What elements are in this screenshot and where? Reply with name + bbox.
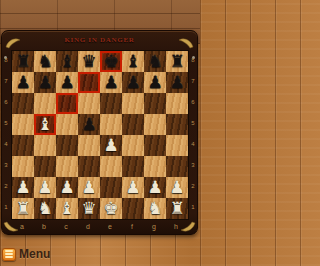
square-a7[interactable]: ♟	[12, 72, 34, 93]
rank-label: 8	[2, 50, 10, 71]
square-a2[interactable]: ♟	[12, 177, 34, 198]
white-knight-piece[interactable]: ♞	[34, 198, 56, 219]
black-pawn-piece[interactable]: ♟	[144, 72, 166, 93]
black-pawn-piece[interactable]: ♟	[56, 72, 78, 93]
square-a8[interactable]: ♜	[12, 51, 34, 72]
square-c3[interactable]	[56, 156, 78, 177]
square-d7[interactable]	[78, 72, 100, 93]
square-h2[interactable]: ♟	[166, 177, 188, 198]
white-rook-piece[interactable]: ♜	[12, 198, 34, 219]
square-e6[interactable]	[100, 93, 122, 114]
square-h8[interactable]: ♜	[166, 51, 188, 72]
black-pawn-piece[interactable]: ♟	[100, 72, 122, 93]
black-rook-piece[interactable]: ♜	[12, 51, 34, 72]
status-title: KING IN DANGER	[2, 34, 197, 46]
black-pawn-piece[interactable]: ♟	[34, 72, 56, 93]
square-e2[interactable]	[100, 177, 122, 198]
black-rook-piece[interactable]: ♜	[166, 51, 188, 72]
square-a3[interactable]	[12, 156, 34, 177]
black-pawn-piece[interactable]: ♟	[122, 72, 144, 93]
square-b4[interactable]	[34, 135, 56, 156]
rank-label: 2	[189, 176, 197, 197]
white-pawn-piece[interactable]: ♟	[122, 177, 144, 198]
hamburger-menu-icon[interactable]	[2, 248, 16, 261]
black-king-piece[interactable]: ♚	[100, 51, 122, 72]
square-b3[interactable]	[34, 156, 56, 177]
square-c4[interactable]	[56, 135, 78, 156]
menu-button[interactable]: Menu	[2, 246, 50, 262]
square-c6[interactable]	[56, 93, 78, 114]
chess-board: ♜♞♝♛♚♝♞♜♟♟♟♟♟♟♟♝♟♟♟♟♟♟♟♟♟♜♞♝♛♚♞♜	[11, 50, 189, 220]
file-label: d	[77, 220, 99, 233]
square-b5[interactable]: ♝	[34, 114, 56, 135]
white-pawn-piece[interactable]: ♟	[144, 177, 166, 198]
square-f3[interactable]	[122, 156, 144, 177]
square-c2[interactable]: ♟	[56, 177, 78, 198]
file-label: a	[11, 220, 33, 233]
square-h4[interactable]	[166, 135, 188, 156]
rank-label: 3	[189, 155, 197, 176]
square-a5[interactable]	[12, 114, 34, 135]
square-f1[interactable]	[122, 198, 144, 219]
file-label: b	[33, 220, 55, 233]
square-a6[interactable]	[12, 93, 34, 114]
chess-board-panel: KING IN DANGER 87654321 87654321 ♜♞♝♛♚♝♞…	[1, 30, 198, 235]
white-pawn-piece[interactable]: ♟	[166, 177, 188, 198]
white-queen-piece[interactable]: ♛	[78, 198, 100, 219]
square-b2[interactable]: ♟	[34, 177, 56, 198]
rank-label: 4	[2, 134, 10, 155]
square-f5[interactable]	[122, 114, 144, 135]
black-knight-piece[interactable]: ♞	[144, 51, 166, 72]
black-bishop-piece[interactable]: ♝	[56, 51, 78, 72]
file-label: g	[143, 220, 165, 233]
square-e8[interactable]: ♚	[100, 51, 122, 72]
square-g7[interactable]: ♟	[144, 72, 166, 93]
square-g8[interactable]: ♞	[144, 51, 166, 72]
square-g6[interactable]	[144, 93, 166, 114]
rank-label: 4	[189, 134, 197, 155]
square-e4[interactable]: ♟	[100, 135, 122, 156]
rank-labels-right: 87654321	[189, 50, 197, 218]
square-c7[interactable]: ♟	[56, 72, 78, 93]
square-d5[interactable]: ♟	[78, 114, 100, 135]
black-bishop-piece[interactable]: ♝	[122, 51, 144, 72]
rank-label: 5	[189, 113, 197, 134]
square-g2[interactable]: ♟	[144, 177, 166, 198]
square-c5[interactable]	[56, 114, 78, 135]
black-knight-piece[interactable]: ♞	[34, 51, 56, 72]
square-g4[interactable]	[144, 135, 166, 156]
white-king-piece[interactable]: ♚	[100, 198, 122, 219]
square-h3[interactable]	[166, 156, 188, 177]
square-d1[interactable]: ♛	[78, 198, 100, 219]
rank-label: 2	[2, 176, 10, 197]
white-rook-piece[interactable]: ♜	[166, 198, 188, 219]
wing-ornament-top-left-icon	[5, 37, 21, 49]
square-d3[interactable]	[78, 156, 100, 177]
file-label: c	[55, 220, 77, 233]
rank-label: 7	[189, 71, 197, 92]
square-g3[interactable]	[144, 156, 166, 177]
square-f8[interactable]: ♝	[122, 51, 144, 72]
rank-label: 1	[2, 197, 10, 218]
square-d8[interactable]: ♛	[78, 51, 100, 72]
square-h6[interactable]	[166, 93, 188, 114]
white-pawn-piece[interactable]: ♟	[78, 177, 100, 198]
square-f2[interactable]: ♟	[122, 177, 144, 198]
black-queen-piece[interactable]: ♛	[78, 51, 100, 72]
square-e7[interactable]: ♟	[100, 72, 122, 93]
file-label: h	[165, 220, 187, 233]
square-g1[interactable]: ♞	[144, 198, 166, 219]
square-f6[interactable]	[122, 93, 144, 114]
square-h1[interactable]: ♜	[166, 198, 188, 219]
square-f7[interactable]: ♟	[122, 72, 144, 93]
black-pawn-piece[interactable]: ♟	[78, 114, 100, 135]
square-c8[interactable]: ♝	[56, 51, 78, 72]
white-pawn-piece[interactable]: ♟	[12, 177, 34, 198]
square-b8[interactable]: ♞	[34, 51, 56, 72]
file-label: e	[99, 220, 121, 233]
white-knight-piece[interactable]: ♞	[144, 198, 166, 219]
rank-label: 7	[2, 71, 10, 92]
square-a1[interactable]: ♜	[12, 198, 34, 219]
rank-label: 3	[2, 155, 10, 176]
rank-label: 6	[189, 92, 197, 113]
black-pawn-piece[interactable]: ♟	[12, 72, 34, 93]
rank-label: 8	[189, 50, 197, 71]
square-b6[interactable]	[34, 93, 56, 114]
file-label: f	[121, 220, 143, 233]
square-d4[interactable]	[78, 135, 100, 156]
square-b7[interactable]: ♟	[34, 72, 56, 93]
square-d2[interactable]: ♟	[78, 177, 100, 198]
white-pawn-piece[interactable]: ♟	[56, 177, 78, 198]
black-pawn-piece[interactable]: ♟	[166, 72, 188, 93]
white-pawn-piece[interactable]: ♟	[100, 135, 122, 156]
square-c1[interactable]: ♝	[56, 198, 78, 219]
file-labels: abcdefgh	[11, 220, 187, 233]
white-bishop-piece[interactable]: ♝	[56, 198, 78, 219]
menu-button-label: Menu	[19, 247, 50, 261]
square-d6[interactable]	[78, 93, 100, 114]
white-bishop-piece[interactable]: ♝	[34, 114, 56, 135]
square-g5[interactable]	[144, 114, 166, 135]
square-e3[interactable]	[100, 156, 122, 177]
square-f4[interactable]	[122, 135, 144, 156]
square-h5[interactable]	[166, 114, 188, 135]
rank-label: 5	[2, 113, 10, 134]
square-h7[interactable]: ♟	[166, 72, 188, 93]
square-a4[interactable]	[12, 135, 34, 156]
wing-ornament-top-right-icon	[178, 37, 194, 49]
rank-labels-left: 87654321	[2, 50, 10, 218]
white-pawn-piece[interactable]: ♟	[34, 177, 56, 198]
rank-label: 1	[189, 197, 197, 218]
square-e5[interactable]	[100, 114, 122, 135]
rank-label: 6	[2, 92, 10, 113]
square-b1[interactable]: ♞	[34, 198, 56, 219]
square-e1[interactable]: ♚	[100, 198, 122, 219]
